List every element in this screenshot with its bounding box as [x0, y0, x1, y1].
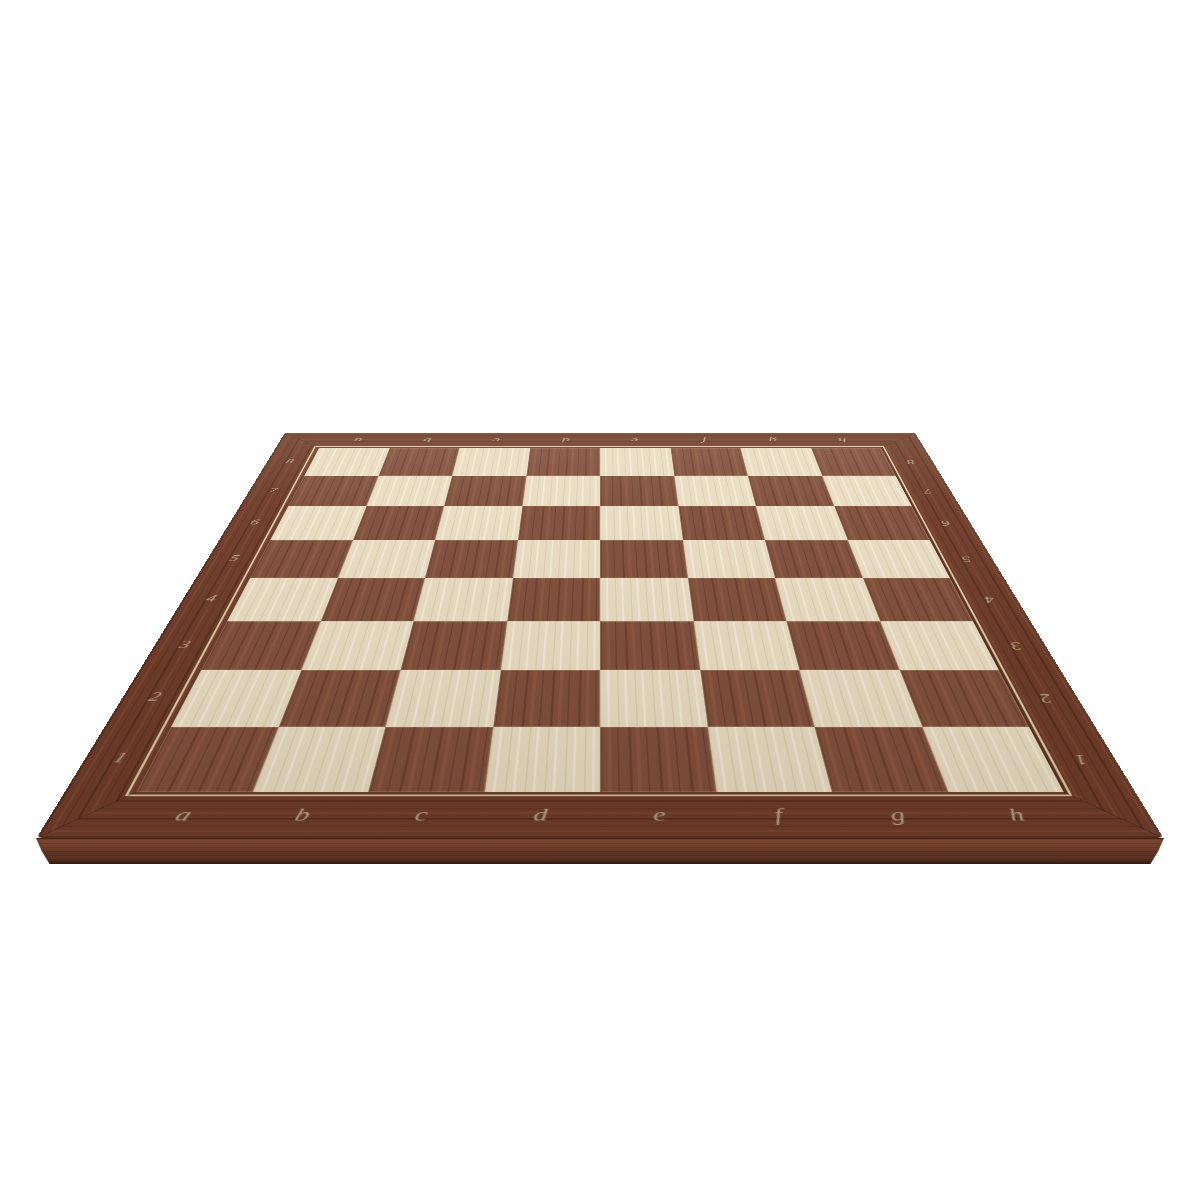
square-e7[interactable]	[600, 476, 678, 506]
square-b7[interactable]	[366, 476, 452, 506]
square-e5[interactable]	[600, 540, 688, 578]
square-f6[interactable]	[678, 506, 765, 540]
square-e8[interactable]	[600, 448, 674, 475]
square-c5[interactable]	[425, 540, 518, 578]
square-c8[interactable]	[452, 448, 530, 475]
square-b6[interactable]	[353, 506, 444, 540]
square-g6[interactable]	[756, 506, 847, 540]
square-f1[interactable]	[707, 727, 832, 793]
square-a7[interactable]	[288, 476, 378, 506]
square-c2[interactable]	[386, 670, 501, 726]
square-f2[interactable]	[700, 670, 815, 726]
square-d7[interactable]	[522, 476, 600, 506]
board-top-face: abcdefgh abcdefgh 87654321 87654321	[36, 433, 1163, 839]
square-b8[interactable]	[378, 448, 459, 475]
board-front-edge	[36, 838, 1164, 864]
square-b2[interactable]	[278, 670, 400, 726]
square-f4[interactable]	[688, 578, 787, 621]
square-c7[interactable]	[444, 476, 526, 506]
square-g4[interactable]	[775, 578, 880, 621]
square-f8[interactable]	[670, 448, 748, 475]
square-e3[interactable]	[600, 621, 700, 670]
chessboard-product-photo: abcdefgh abcdefgh 87654321 87654321	[0, 0, 1200, 1200]
square-e1[interactable]	[600, 727, 716, 793]
square-e4[interactable]	[600, 578, 693, 621]
square-d3[interactable]	[500, 621, 600, 670]
square-d2[interactable]	[493, 670, 600, 726]
square-f7[interactable]	[674, 476, 756, 506]
square-c6[interactable]	[435, 506, 522, 540]
square-c1[interactable]	[368, 727, 493, 793]
square-d6[interactable]	[518, 506, 600, 540]
square-f3[interactable]	[693, 621, 799, 670]
board-frame-bottom	[36, 792, 1163, 838]
square-b4[interactable]	[320, 578, 425, 621]
square-f5[interactable]	[682, 540, 775, 578]
square-d8[interactable]	[526, 448, 600, 475]
square-c3[interactable]	[401, 621, 507, 670]
square-g5[interactable]	[765, 540, 863, 578]
square-g8[interactable]	[741, 448, 822, 475]
square-e2[interactable]	[600, 670, 707, 726]
chessboard: abcdefgh abcdefgh 87654321 87654321	[36, 433, 1163, 839]
square-d1[interactable]	[484, 727, 600, 793]
square-g7[interactable]	[748, 476, 834, 506]
square-b5[interactable]	[338, 540, 436, 578]
square-h7[interactable]	[822, 476, 912, 506]
square-d5[interactable]	[513, 540, 601, 578]
square-e6[interactable]	[600, 506, 682, 540]
square-a8[interactable]	[304, 448, 389, 475]
square-b3[interactable]	[301, 621, 414, 670]
square-c4[interactable]	[414, 578, 513, 621]
square-a6[interactable]	[270, 506, 366, 540]
square-h8[interactable]	[811, 448, 896, 475]
square-d4[interactable]	[507, 578, 600, 621]
